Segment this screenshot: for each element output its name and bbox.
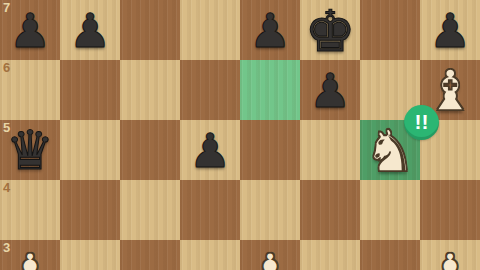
- square-f6[interactable]: ♟: [300, 60, 360, 120]
- black-pawn[interactable]: ♟: [180, 120, 240, 180]
- square-e6[interactable]: [240, 60, 300, 120]
- square-h3[interactable]: ♟: [420, 240, 480, 270]
- square-h7[interactable]: ♟: [420, 0, 480, 60]
- square-g3[interactable]: [360, 240, 420, 270]
- black-pawn[interactable]: ♟: [240, 0, 300, 60]
- white-pawn[interactable]: ♟: [0, 240, 60, 270]
- square-h4[interactable]: [420, 180, 480, 240]
- black-pawn[interactable]: ♟: [300, 60, 360, 120]
- rank-label-6: 6: [3, 61, 10, 75]
- square-d7[interactable]: [180, 0, 240, 60]
- square-b4[interactable]: [60, 180, 120, 240]
- square-c7[interactable]: [120, 0, 180, 60]
- black-pawn[interactable]: ♟: [0, 0, 60, 60]
- white-pawn[interactable]: ♟: [420, 240, 480, 270]
- square-d3[interactable]: [180, 240, 240, 270]
- square-e7[interactable]: ♟: [240, 0, 300, 60]
- square-g7[interactable]: [360, 0, 420, 60]
- square-a4[interactable]: 4: [0, 180, 60, 240]
- black-pawn[interactable]: ♟: [60, 0, 120, 60]
- square-a5[interactable]: 5♛: [0, 120, 60, 180]
- square-f7[interactable]: ♚: [300, 0, 360, 60]
- square-d5[interactable]: ♟: [180, 120, 240, 180]
- square-b6[interactable]: [60, 60, 120, 120]
- square-e3[interactable]: ♟: [240, 240, 300, 270]
- square-a7[interactable]: 7♟: [0, 0, 60, 60]
- square-c6[interactable]: [120, 60, 180, 120]
- white-pawn[interactable]: ♟: [240, 240, 300, 270]
- black-queen[interactable]: ♛: [0, 120, 60, 180]
- brilliant-move-badge: !!: [404, 105, 439, 140]
- chess-board-viewport: 7♟♟♟♚♟6♟♝5♛♟♞43♟♟♟ !!: [0, 0, 480, 270]
- square-c5[interactable]: [120, 120, 180, 180]
- square-b7[interactable]: ♟: [60, 0, 120, 60]
- square-a6[interactable]: 6: [0, 60, 60, 120]
- square-f3[interactable]: [300, 240, 360, 270]
- square-e5[interactable]: [240, 120, 300, 180]
- square-d4[interactable]: [180, 180, 240, 240]
- square-e4[interactable]: [240, 180, 300, 240]
- chess-board: 7♟♟♟♚♟6♟♝5♛♟♞43♟♟♟: [0, 0, 480, 270]
- square-b3[interactable]: [60, 240, 120, 270]
- black-king[interactable]: ♚: [300, 0, 360, 60]
- square-f4[interactable]: [300, 180, 360, 240]
- black-pawn[interactable]: ♟: [420, 0, 480, 60]
- square-c4[interactable]: [120, 180, 180, 240]
- square-c3[interactable]: [120, 240, 180, 270]
- square-d6[interactable]: [180, 60, 240, 120]
- square-g4[interactable]: [360, 180, 420, 240]
- square-b5[interactable]: [60, 120, 120, 180]
- square-f5[interactable]: [300, 120, 360, 180]
- rank-label-4: 4: [3, 181, 10, 195]
- square-a3[interactable]: 3♟: [0, 240, 60, 270]
